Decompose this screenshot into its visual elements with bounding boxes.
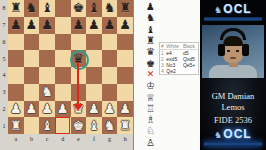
piece-palette: ♟♞♝♜♛♚✕♔♕♖♗♘♙ bbox=[143, 1, 158, 148]
square-c7[interactable]: ♟ bbox=[39, 17, 55, 34]
square-a7[interactable]: ♟ bbox=[8, 17, 24, 34]
move-arrow-line-e5-e2 bbox=[77, 62, 79, 105]
square-e8[interactable]: ♚ bbox=[71, 0, 87, 17]
file-label-a: a bbox=[8, 134, 24, 143]
black-pawn: ♟ bbox=[26, 17, 38, 33]
square-h2[interactable]: ♟ bbox=[117, 101, 133, 118]
palette-white-pawn[interactable]: ♙ bbox=[143, 137, 158, 148]
square-d2[interactable]: ♟ bbox=[55, 101, 71, 118]
palette-white-bishop[interactable]: ♗ bbox=[143, 114, 158, 125]
black-pawn: ♟ bbox=[72, 17, 84, 33]
rank-labels: 87654321 bbox=[0, 0, 8, 134]
square-a2[interactable]: ♟ bbox=[8, 101, 24, 118]
presenter-face bbox=[223, 36, 243, 63]
headphones-cup-right bbox=[242, 44, 249, 56]
square-d7[interactable] bbox=[55, 17, 71, 34]
black-bishop: ♝ bbox=[41, 0, 53, 16]
white-king: ♚ bbox=[72, 118, 84, 134]
black-rook: ♜ bbox=[119, 0, 131, 16]
square-h8[interactable]: ♜ bbox=[117, 0, 133, 17]
rank-label-5: 5 bbox=[0, 50, 8, 67]
move-row-4: 4Qe2 bbox=[160, 68, 198, 74]
white-knight: ♞ bbox=[104, 118, 116, 134]
square-a5[interactable] bbox=[8, 50, 24, 67]
square-h6[interactable] bbox=[117, 34, 133, 51]
file-label-c: c bbox=[39, 134, 55, 143]
square-b1[interactable] bbox=[24, 117, 40, 134]
square-d4[interactable] bbox=[55, 67, 71, 84]
black-pawn: ♟ bbox=[41, 17, 53, 33]
ocl-logo-text: OCL bbox=[223, 128, 251, 141]
file-labels: abcdefgh bbox=[8, 134, 133, 143]
square-a8[interactable]: ♜ bbox=[8, 0, 24, 17]
presenter-eye-left bbox=[227, 50, 230, 52]
ocl-logo-banner bbox=[204, 17, 262, 21]
square-g5[interactable] bbox=[102, 50, 118, 67]
rank-label-3: 3 bbox=[0, 84, 8, 101]
black-pawn: ♟ bbox=[104, 17, 116, 33]
square-d6[interactable] bbox=[55, 34, 71, 51]
rank-label-6: 6 bbox=[0, 34, 8, 51]
rank-label-8: 8 bbox=[0, 0, 8, 17]
side-panel: ♟♞♝♜♛♚✕♔♕♖♗♘♙ #WhiteBlack 1e4d52exd5Qxd5… bbox=[133, 0, 200, 150]
webcam-photo bbox=[202, 25, 264, 80]
white-pawn: ♟ bbox=[104, 101, 116, 117]
file-label-h: h bbox=[117, 134, 133, 143]
palette-black-knight[interactable]: ♞ bbox=[143, 12, 158, 23]
square-c4[interactable] bbox=[39, 67, 55, 84]
square-f7[interactable]: ♟ bbox=[86, 17, 102, 34]
square-d3[interactable] bbox=[55, 84, 71, 101]
square-f2[interactable]: ♟ bbox=[86, 101, 102, 118]
file-label-e: e bbox=[71, 134, 87, 143]
move-list: #WhiteBlack 1e4d52exd5Qxd53Nc3Qe5+4Qe2 bbox=[159, 42, 199, 75]
black-knight: ♞ bbox=[26, 0, 38, 16]
file-label-f: f bbox=[86, 134, 102, 143]
rank-label-2: 2 bbox=[0, 101, 8, 118]
square-a3[interactable] bbox=[8, 84, 24, 101]
palette-white-rook[interactable]: ♖ bbox=[143, 103, 158, 114]
square-a4[interactable] bbox=[8, 67, 24, 84]
presenter-name: GM Damian Lemos bbox=[200, 91, 266, 113]
square-g8[interactable]: ♞ bbox=[102, 0, 118, 17]
square-h4[interactable] bbox=[117, 67, 133, 84]
square-h3[interactable] bbox=[117, 84, 133, 101]
white-pawn: ♟ bbox=[57, 101, 69, 117]
square-b6[interactable] bbox=[24, 34, 40, 51]
presenter-caption: GM Damian Lemos FIDE 2536 bbox=[200, 91, 266, 126]
white-pawn: ♟ bbox=[10, 101, 22, 117]
square-c6[interactable] bbox=[39, 34, 55, 51]
ocl-logo-bottom: ♞ OCL bbox=[204, 128, 262, 146]
move-cell[interactable]: Qe2 bbox=[165, 68, 182, 74]
square-e1[interactable]: ♚ bbox=[71, 117, 87, 134]
square-b4[interactable] bbox=[24, 67, 40, 84]
square-g6[interactable] bbox=[102, 34, 118, 51]
square-a6[interactable] bbox=[8, 34, 24, 51]
white-pawn: ♟ bbox=[26, 101, 38, 117]
square-c1[interactable]: ♝ bbox=[39, 117, 55, 134]
white-pawn: ♟ bbox=[41, 101, 53, 117]
square-d5[interactable] bbox=[55, 50, 71, 67]
chess-app-window: 87654321 ♜♞♝♚♝♞♜♟♟♟♟♟♟♟♛♞♟♟♟♟♛♟♟♟♜♝♚♝♞♜ … bbox=[0, 0, 266, 150]
white-bishop: ♝ bbox=[88, 118, 100, 134]
highlight-square-d1 bbox=[55, 117, 71, 134]
square-f3[interactable] bbox=[86, 84, 102, 101]
square-b3[interactable] bbox=[24, 84, 40, 101]
rank-label-4: 4 bbox=[0, 67, 8, 84]
ocl-logo-top: ♞ OCL bbox=[204, 3, 262, 21]
square-g7[interactable]: ♟ bbox=[102, 17, 118, 34]
palette-black-pawn[interactable]: ♟ bbox=[143, 1, 158, 12]
square-b7[interactable]: ♟ bbox=[24, 17, 40, 34]
presenter-panel: ♞ OCL GM Damian Lemos FIDE 2536 ♞ OCL bbox=[200, 0, 266, 150]
square-f1[interactable]: ♝ bbox=[86, 117, 102, 134]
presenter-eye-right bbox=[236, 50, 239, 52]
palette-black-bishop[interactable]: ♝ bbox=[143, 24, 158, 35]
palette-delete-piece[interactable]: ✕ bbox=[143, 69, 158, 80]
black-pawn: ♟ bbox=[10, 17, 22, 33]
move-cell[interactable] bbox=[182, 68, 198, 74]
square-h5[interactable] bbox=[117, 50, 133, 67]
headphones-band bbox=[220, 28, 246, 40]
chess-board-area: 87654321 ♜♞♝♚♝♞♜♟♟♟♟♟♟♟♛♞♟♟♟♟♛♟♟♟♜♝♚♝♞♜ … bbox=[0, 0, 133, 150]
ocl-knight-icon: ♞ bbox=[214, 130, 222, 140]
palette-white-knight[interactable]: ♘ bbox=[143, 125, 158, 136]
square-c8[interactable]: ♝ bbox=[39, 0, 55, 17]
square-h1[interactable]: ♜ bbox=[117, 117, 133, 134]
square-c3[interactable]: ♞ bbox=[39, 84, 55, 101]
black-knight: ♞ bbox=[104, 0, 116, 16]
ocl-logo-text: OCL bbox=[223, 3, 251, 16]
square-g1[interactable]: ♞ bbox=[102, 117, 118, 134]
square-d8[interactable] bbox=[55, 0, 71, 17]
rank-label-1: 1 bbox=[0, 117, 8, 134]
file-label-g: g bbox=[102, 134, 118, 143]
palette-black-queen[interactable]: ♛ bbox=[143, 46, 158, 57]
presenter-mouth bbox=[230, 57, 236, 59]
white-pawn: ♟ bbox=[119, 101, 131, 117]
square-g4[interactable] bbox=[102, 67, 118, 84]
square-b8[interactable]: ♞ bbox=[24, 0, 40, 17]
move-arrow-head-e2 bbox=[73, 104, 83, 111]
square-c5[interactable] bbox=[39, 50, 55, 67]
square-a1[interactable]: ♜ bbox=[8, 117, 24, 134]
file-label-b: b bbox=[24, 134, 40, 143]
palette-black-rook[interactable]: ♜ bbox=[143, 35, 158, 46]
square-b5[interactable] bbox=[24, 50, 40, 67]
palette-white-queen[interactable]: ♕ bbox=[143, 91, 158, 102]
square-e7[interactable]: ♟ bbox=[71, 17, 87, 34]
square-c2[interactable]: ♟ bbox=[39, 101, 55, 118]
black-bishop: ♝ bbox=[88, 0, 100, 16]
black-king: ♚ bbox=[72, 0, 84, 16]
black-pawn: ♟ bbox=[119, 17, 131, 33]
square-e6[interactable] bbox=[71, 34, 87, 51]
ocl-knight-icon: ♞ bbox=[214, 5, 222, 15]
square-b2[interactable]: ♟ bbox=[24, 101, 40, 118]
headphones-cup-left bbox=[218, 44, 225, 56]
white-rook: ♜ bbox=[10, 118, 22, 134]
square-f6[interactable] bbox=[86, 34, 102, 51]
white-pawn: ♟ bbox=[88, 101, 100, 117]
rank-label-7: 7 bbox=[0, 17, 8, 34]
white-knight: ♞ bbox=[41, 84, 53, 100]
square-g2[interactable]: ♟ bbox=[102, 101, 118, 118]
square-h7[interactable]: ♟ bbox=[117, 17, 133, 34]
chess-board[interactable]: ♜♞♝♚♝♞♜♟♟♟♟♟♟♟♛♞♟♟♟♟♛♟♟♟♜♝♚♝♞♜ bbox=[8, 0, 133, 134]
black-rook: ♜ bbox=[10, 0, 22, 16]
square-f8[interactable]: ♝ bbox=[86, 0, 102, 17]
square-g3[interactable] bbox=[102, 84, 118, 101]
palette-black-king[interactable]: ♚ bbox=[143, 57, 158, 68]
square-f4[interactable] bbox=[86, 67, 102, 84]
black-pawn: ♟ bbox=[88, 17, 100, 33]
white-bishop: ♝ bbox=[41, 118, 53, 134]
presenter-rating: FIDE 2536 bbox=[200, 115, 266, 126]
palette-white-king[interactable]: ♔ bbox=[143, 80, 158, 91]
white-rook: ♜ bbox=[119, 118, 131, 134]
file-label-d: d bbox=[55, 134, 71, 143]
ocl-logo-banner bbox=[204, 142, 262, 146]
